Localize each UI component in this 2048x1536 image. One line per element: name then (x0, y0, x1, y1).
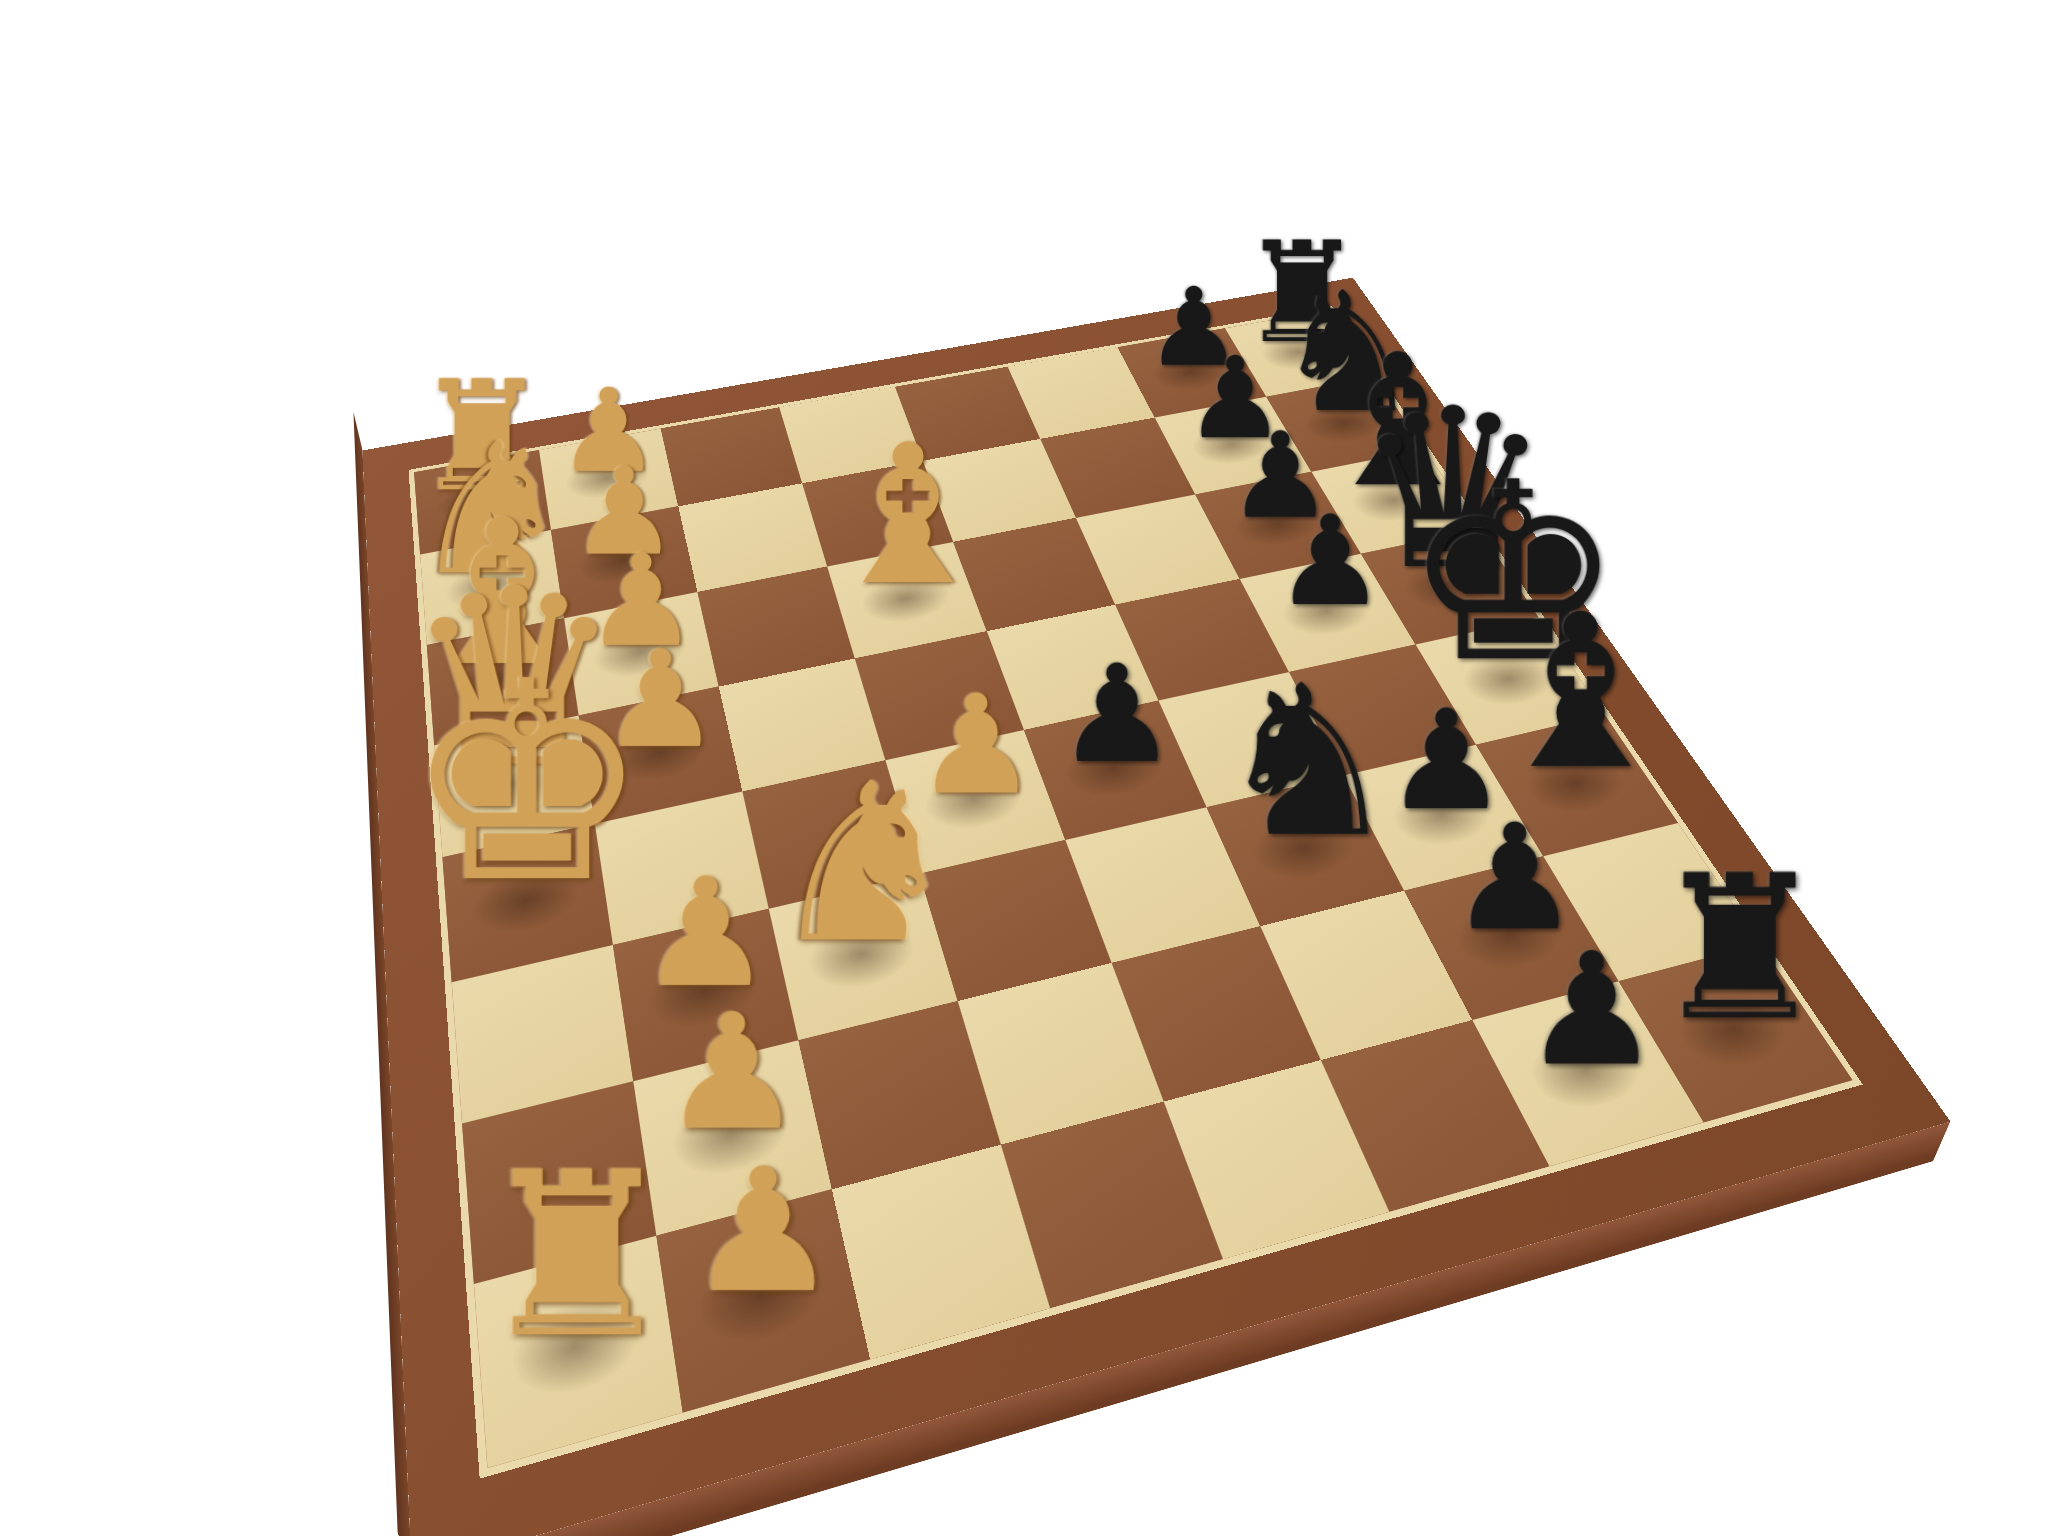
black-pawn-glyph: ♟ (1522, 938, 1662, 1081)
black-bishop-glyph: ♝ (1485, 596, 1676, 792)
black-pawn-glyph: ♟ (1057, 652, 1178, 776)
black-pawn-glyph: ♟ (1274, 504, 1386, 619)
black-knight-glyph: ♞ (1214, 665, 1401, 857)
white-bishop-glyph: ♝ (822, 428, 995, 605)
square-f1[interactable] (452, 944, 634, 1123)
white-king-glyph: ♚ (404, 656, 651, 909)
square-h1[interactable]: ♜ (474, 1235, 683, 1467)
white-pawn-glyph: ♟ (686, 1152, 839, 1309)
white-knight-glyph: ♞ (766, 762, 963, 964)
chess-photo-scene: ♜♟♟♜♞♟♟♞♝♟♝♟♝♛♟♟♛♚♟♟♚♟♞♞♟♝♟♟♜♟♟♜ (0, 0, 2048, 1536)
white-pawn-glyph: ♟ (661, 998, 805, 1145)
chess-board: ♜♟♟♜♞♟♟♞♝♟♝♟♝♛♟♟♛♚♟♟♚♟♞♞♟♝♟♟♜♟♟♜ (409, 306, 1863, 1478)
square-h2[interactable]: ♟ (656, 1189, 870, 1412)
chess-board-frame: ♜♟♟♜♞♟♟♞♝♟♝♟♝♛♟♟♛♚♟♟♚♟♞♞♟♝♟♟♜♟♟♜ (363, 277, 1951, 1536)
white-rook-glyph: ♜ (475, 1151, 679, 1360)
square-h6[interactable] (1321, 1020, 1550, 1212)
square-e1[interactable]: ♚ (442, 823, 612, 981)
black-rook-glyph: ♜ (1651, 857, 1830, 1040)
